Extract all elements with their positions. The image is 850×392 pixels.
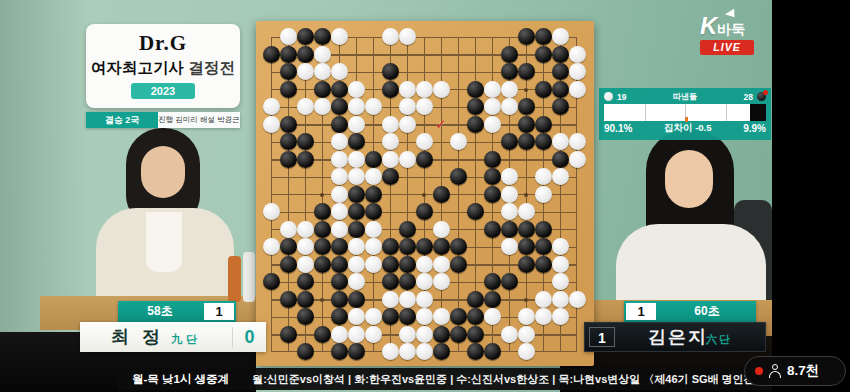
star-point bbox=[320, 298, 324, 302]
black-stone bbox=[552, 81, 569, 98]
white-stone bbox=[433, 273, 450, 290]
white-stone bbox=[365, 308, 382, 325]
winrate-bar bbox=[604, 104, 766, 121]
white-stone bbox=[382, 116, 399, 133]
white-stone bbox=[535, 308, 552, 325]
left-timer: 58초 1 bbox=[118, 301, 236, 322]
white-stone bbox=[348, 326, 365, 343]
black-stone bbox=[416, 151, 433, 168]
event-title-rest: 결정전 bbox=[184, 59, 235, 76]
black-stone bbox=[331, 256, 348, 273]
white-stone bbox=[552, 238, 569, 255]
round-bar: 결승 2국 진행 김미리 해설 박경근 bbox=[86, 112, 240, 128]
white-stone bbox=[382, 151, 399, 168]
event-title: 여자최고기사 결정전 bbox=[86, 58, 240, 79]
black-stone-icon bbox=[757, 92, 766, 101]
white-stone bbox=[382, 133, 399, 150]
white-stone bbox=[399, 81, 416, 98]
black-stone bbox=[484, 151, 501, 168]
black-stone bbox=[467, 291, 484, 308]
black-stone bbox=[280, 116, 297, 133]
black-stone bbox=[280, 326, 297, 343]
left-player-shirt bbox=[146, 212, 182, 272]
white-stone bbox=[348, 151, 365, 168]
black-stone bbox=[518, 133, 535, 150]
black-stone bbox=[314, 326, 331, 343]
black-stone bbox=[382, 273, 399, 290]
white-stone bbox=[348, 168, 365, 185]
white-stone bbox=[399, 98, 416, 115]
black-stone bbox=[467, 98, 484, 115]
white-stone bbox=[416, 291, 433, 308]
black-winrate-segment bbox=[750, 104, 766, 121]
black-stone bbox=[433, 238, 450, 255]
black-stone bbox=[552, 63, 569, 80]
white-stone bbox=[518, 326, 535, 343]
white-stone bbox=[331, 203, 348, 220]
black-stone bbox=[484, 273, 501, 290]
white-winrate: 90.1% bbox=[604, 123, 632, 134]
white-stone bbox=[518, 343, 535, 360]
black-stone bbox=[263, 273, 280, 290]
black-stone bbox=[365, 186, 382, 203]
black-stone bbox=[314, 81, 331, 98]
white-stone bbox=[365, 221, 382, 238]
bar-tick bbox=[726, 104, 727, 121]
black-stone bbox=[450, 238, 467, 255]
black-stone bbox=[263, 46, 280, 63]
black-stone bbox=[518, 256, 535, 273]
white-stone bbox=[501, 203, 518, 220]
black-stone bbox=[535, 238, 552, 255]
black-stone bbox=[348, 291, 365, 308]
white-stone bbox=[399, 28, 416, 45]
white-stone bbox=[416, 256, 433, 273]
black-stone bbox=[433, 326, 450, 343]
black-stone bbox=[382, 238, 399, 255]
black-stone bbox=[297, 151, 314, 168]
white-stone bbox=[365, 168, 382, 185]
white-stone bbox=[365, 256, 382, 273]
black-stone bbox=[399, 308, 416, 325]
left-player-name: 최 정 九단 bbox=[80, 325, 232, 349]
black-stone bbox=[314, 256, 331, 273]
white-stone bbox=[484, 81, 501, 98]
white-stone bbox=[552, 308, 569, 325]
white-stone bbox=[569, 133, 586, 150]
black-stone bbox=[314, 203, 331, 220]
white-stone bbox=[569, 63, 586, 80]
black-stone bbox=[382, 63, 399, 80]
black-stone bbox=[348, 221, 365, 238]
white-stone bbox=[314, 98, 331, 115]
white-stone bbox=[314, 63, 331, 80]
black-stone bbox=[331, 98, 348, 115]
white-stone bbox=[501, 186, 518, 203]
schedule-ticker: 월-목 낮1시 생중계 월:신민준vs이창석 | 화:한우진vs윤민중 | 수:… bbox=[118, 368, 772, 390]
star-point bbox=[320, 193, 324, 197]
left-player-rank: 九단 bbox=[171, 333, 201, 345]
white-stone bbox=[263, 238, 280, 255]
white-stone bbox=[433, 256, 450, 273]
white-stone bbox=[365, 326, 382, 343]
pillarbox-right bbox=[772, 0, 850, 392]
white-stone bbox=[501, 168, 518, 185]
black-stone bbox=[535, 81, 552, 98]
black-stone bbox=[382, 256, 399, 273]
black-stone bbox=[280, 133, 297, 150]
right-player-name: 김은지六단 bbox=[615, 325, 765, 349]
black-stone bbox=[518, 221, 535, 238]
left-score: 0 bbox=[232, 327, 266, 348]
white-stone bbox=[552, 291, 569, 308]
white-stone bbox=[365, 238, 382, 255]
channel-logo-k: K bbox=[700, 12, 717, 39]
black-stone bbox=[314, 221, 331, 238]
white-stone bbox=[552, 133, 569, 150]
white-stone bbox=[552, 256, 569, 273]
white-stone bbox=[297, 256, 314, 273]
black-stone bbox=[467, 326, 484, 343]
to-move-dot bbox=[763, 90, 768, 95]
white-stone bbox=[552, 168, 569, 185]
white-stone bbox=[552, 273, 569, 290]
black-stone bbox=[297, 133, 314, 150]
black-stone bbox=[467, 308, 484, 325]
white-stone bbox=[331, 186, 348, 203]
star-point bbox=[524, 88, 528, 92]
white-stone bbox=[297, 238, 314, 255]
black-stone bbox=[535, 133, 552, 150]
white-stone bbox=[416, 326, 433, 343]
white-stone bbox=[331, 133, 348, 150]
broadcast-frame: Dr.G 여자최고기사 결정전 2023 결승 2국 진행 김미리 해설 박경근… bbox=[0, 0, 850, 392]
white-stone bbox=[416, 343, 433, 360]
black-stone bbox=[484, 221, 501, 238]
live-dot-icon bbox=[755, 367, 763, 375]
white-stone bbox=[501, 238, 518, 255]
white-stone bbox=[348, 98, 365, 115]
channel-logo-text: 바둑 bbox=[717, 21, 745, 37]
black-winrate: 9.9% bbox=[743, 123, 766, 134]
bar-tick bbox=[645, 104, 646, 121]
left-player-face bbox=[141, 146, 185, 198]
black-stone bbox=[331, 308, 348, 325]
black-stone bbox=[535, 116, 552, 133]
black-stone bbox=[484, 343, 501, 360]
black-stone bbox=[399, 273, 416, 290]
black-stone bbox=[331, 343, 348, 360]
white-stone bbox=[280, 221, 297, 238]
black-stone bbox=[331, 238, 348, 255]
white-stone bbox=[348, 308, 365, 325]
white-stone bbox=[416, 273, 433, 290]
right-player-face bbox=[665, 150, 713, 208]
white-stone bbox=[399, 151, 416, 168]
black-stone bbox=[450, 326, 467, 343]
person-icon bbox=[768, 364, 782, 378]
white-stone bbox=[348, 81, 365, 98]
white-stone bbox=[382, 343, 399, 360]
white-stone bbox=[433, 308, 450, 325]
left-name-text: 최 정 bbox=[111, 327, 164, 347]
black-stone bbox=[382, 168, 399, 185]
white-stone bbox=[399, 326, 416, 343]
white-stone bbox=[348, 256, 365, 273]
white-stone bbox=[535, 168, 552, 185]
white-stone bbox=[365, 98, 382, 115]
white-stone bbox=[569, 46, 586, 63]
black-stone bbox=[433, 343, 450, 360]
black-stone bbox=[450, 256, 467, 273]
viewer-count-pill: 8.7천 bbox=[744, 356, 846, 386]
right-name-text: 김은지 bbox=[648, 327, 708, 347]
black-stone bbox=[280, 151, 297, 168]
white-stone bbox=[280, 28, 297, 45]
star-point bbox=[524, 193, 528, 197]
white-stone bbox=[433, 81, 450, 98]
black-stone bbox=[297, 308, 314, 325]
left-periods: 1 bbox=[204, 303, 234, 320]
white-stone bbox=[348, 273, 365, 290]
white-stone bbox=[263, 203, 280, 220]
white-stone bbox=[382, 28, 399, 45]
white-stone bbox=[569, 291, 586, 308]
white-stone bbox=[433, 221, 450, 238]
black-stone bbox=[280, 63, 297, 80]
black-stone bbox=[484, 168, 501, 185]
captures-row: 19 따낸돌 28 bbox=[604, 90, 766, 103]
event-title-card: Dr.G 여자최고기사 결정전 2023 bbox=[86, 24, 240, 108]
star-point bbox=[524, 298, 528, 302]
black-stone bbox=[297, 28, 314, 45]
black-stone bbox=[501, 273, 518, 290]
white-stone bbox=[399, 291, 416, 308]
black-stone bbox=[314, 238, 331, 255]
white-stone bbox=[484, 308, 501, 325]
white-stone bbox=[399, 343, 416, 360]
black-stone bbox=[280, 238, 297, 255]
black-stone bbox=[297, 291, 314, 308]
white-stone bbox=[518, 203, 535, 220]
black-stone bbox=[280, 81, 297, 98]
territory-diff: 집차이 -0.5 bbox=[632, 122, 743, 135]
live-badge: LIVE bbox=[700, 40, 754, 55]
drink-bottle bbox=[228, 256, 241, 302]
white-stone bbox=[535, 291, 552, 308]
white-stone bbox=[382, 291, 399, 308]
event-year-badge: 2023 bbox=[131, 83, 195, 99]
ticker-divider bbox=[239, 371, 245, 387]
white-captures: 19 bbox=[617, 92, 626, 102]
black-stone bbox=[399, 221, 416, 238]
white-stone bbox=[331, 63, 348, 80]
black-stone bbox=[450, 308, 467, 325]
black-stone bbox=[365, 151, 382, 168]
white-stone bbox=[297, 98, 314, 115]
black-stone bbox=[518, 28, 535, 45]
event-title-strong: 여자최고기사 bbox=[91, 59, 184, 76]
right-score: 1 bbox=[589, 327, 615, 347]
white-stone bbox=[399, 116, 416, 133]
black-stone bbox=[501, 221, 518, 238]
white-stone bbox=[552, 28, 569, 45]
black-stone bbox=[382, 308, 399, 325]
black-stone bbox=[535, 46, 552, 63]
right-nameplate: 1 김은지六단 bbox=[584, 322, 766, 352]
white-stone bbox=[331, 326, 348, 343]
black-stone bbox=[484, 186, 501, 203]
black-stone bbox=[501, 46, 518, 63]
move-check-marker: ✓ bbox=[435, 116, 447, 132]
right-player-rank: 六단 bbox=[706, 333, 732, 345]
black-stone bbox=[501, 133, 518, 150]
black-stone bbox=[450, 168, 467, 185]
black-stone bbox=[467, 116, 484, 133]
black-stone bbox=[348, 133, 365, 150]
black-stone bbox=[433, 186, 450, 203]
black-stone bbox=[297, 273, 314, 290]
white-stone bbox=[297, 63, 314, 80]
white-stone bbox=[263, 98, 280, 115]
round-label: 결승 2국 bbox=[86, 112, 158, 128]
black-stone bbox=[331, 81, 348, 98]
captures-label: 따낸돌 bbox=[626, 91, 743, 102]
white-stone bbox=[263, 116, 280, 133]
white-stone bbox=[484, 98, 501, 115]
black-stone bbox=[314, 28, 331, 45]
staff-credits: 진행 김미리 해설 박경근 bbox=[158, 112, 240, 128]
winrate-panel: 19 따낸돌 28 90.1% 집차이 -0.5 9.9% bbox=[599, 88, 771, 140]
black-stone bbox=[535, 221, 552, 238]
black-stone bbox=[331, 273, 348, 290]
white-stone bbox=[535, 186, 552, 203]
black-stone bbox=[348, 186, 365, 203]
right-timer: 1 60초 bbox=[624, 301, 756, 322]
white-stone bbox=[416, 133, 433, 150]
black-stone bbox=[467, 203, 484, 220]
winrate-labels: 90.1% 집차이 -0.5 9.9% bbox=[604, 121, 766, 136]
white-stone bbox=[348, 116, 365, 133]
white-stone bbox=[331, 28, 348, 45]
black-stone bbox=[501, 63, 518, 80]
black-stone bbox=[535, 256, 552, 273]
black-stone bbox=[518, 63, 535, 80]
drink-bottle bbox=[243, 252, 255, 302]
white-stone bbox=[518, 308, 535, 325]
black-stone bbox=[280, 256, 297, 273]
black-stone bbox=[467, 343, 484, 360]
ticker-body: 월:신민준vs이창석 | 화:한우진vs윤민중 | 수:신진서vs한상조 | 목… bbox=[252, 372, 772, 387]
white-stone bbox=[501, 81, 518, 98]
black-stone bbox=[552, 46, 569, 63]
white-stone bbox=[416, 308, 433, 325]
black-stone bbox=[348, 203, 365, 220]
white-stone bbox=[416, 81, 433, 98]
white-stone bbox=[331, 151, 348, 168]
black-stone bbox=[535, 28, 552, 45]
go-board: ✓ bbox=[256, 21, 594, 366]
black-stone bbox=[297, 343, 314, 360]
black-stone bbox=[518, 116, 535, 133]
black-stone bbox=[365, 203, 382, 220]
white-stone bbox=[348, 238, 365, 255]
black-stone bbox=[399, 256, 416, 273]
black-stone bbox=[331, 116, 348, 133]
sponsor-logo: Dr.G bbox=[86, 31, 240, 56]
white-stone bbox=[331, 168, 348, 185]
bird-icon bbox=[725, 7, 737, 18]
black-stone bbox=[416, 238, 433, 255]
black-stone bbox=[518, 238, 535, 255]
black-stone bbox=[484, 291, 501, 308]
white-stone bbox=[416, 98, 433, 115]
right-periods: 1 bbox=[626, 303, 656, 320]
white-stone bbox=[314, 46, 331, 63]
white-stone bbox=[331, 221, 348, 238]
black-captures: 28 bbox=[744, 92, 753, 102]
black-stone bbox=[416, 203, 433, 220]
black-stone bbox=[382, 81, 399, 98]
left-nameplate: 최 정 九단 0 bbox=[80, 322, 266, 352]
black-stone bbox=[399, 238, 416, 255]
star-point bbox=[422, 193, 426, 197]
black-stone bbox=[348, 343, 365, 360]
black-stone bbox=[467, 81, 484, 98]
white-stone bbox=[501, 98, 518, 115]
left-time: 58초 bbox=[118, 303, 202, 320]
black-stone bbox=[331, 291, 348, 308]
white-stone bbox=[297, 221, 314, 238]
territory-marker bbox=[685, 117, 688, 122]
right-time: 60초 bbox=[658, 303, 756, 320]
viewer-count: 8.7천 bbox=[787, 362, 819, 380]
white-stone bbox=[484, 116, 501, 133]
black-stone bbox=[552, 98, 569, 115]
black-stone bbox=[280, 291, 297, 308]
black-stone bbox=[518, 98, 535, 115]
ticker-lead: 월-목 낮1시 생중계 bbox=[118, 372, 239, 387]
black-stone bbox=[297, 46, 314, 63]
white-stone bbox=[450, 133, 467, 150]
white-stone bbox=[501, 326, 518, 343]
black-stone bbox=[552, 151, 569, 168]
black-stone bbox=[280, 46, 297, 63]
white-stone bbox=[569, 81, 586, 98]
white-stone-icon bbox=[604, 92, 613, 101]
white-stone bbox=[569, 151, 586, 168]
